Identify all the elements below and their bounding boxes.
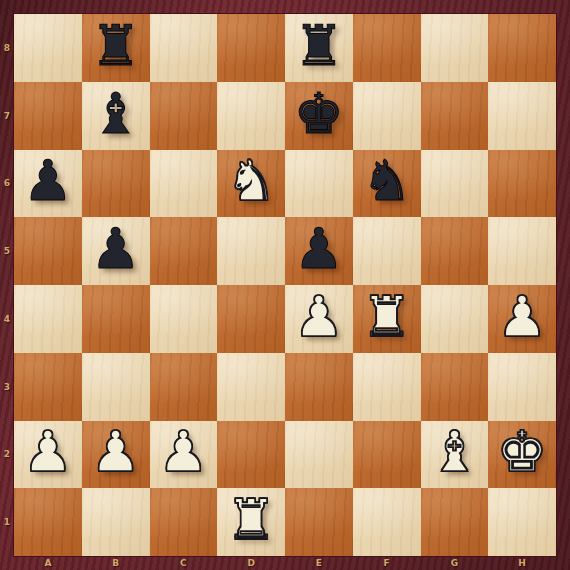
chessboard-frame: ♜♜♝♚♟♞♞♟♟♟♜♟♟♟♟♝♚♜ 87654321 ABCDEFGH	[0, 0, 570, 570]
piece-white-pawn[interactable]: ♟	[158, 424, 208, 480]
square-c5[interactable]	[150, 217, 218, 285]
square-a7[interactable]	[14, 82, 82, 150]
square-d4[interactable]	[217, 285, 285, 353]
square-b6[interactable]	[82, 150, 150, 218]
file-label-h: H	[488, 556, 556, 570]
square-h5[interactable]	[488, 217, 556, 285]
square-h8[interactable]	[488, 14, 556, 82]
square-c3[interactable]	[150, 353, 218, 421]
square-a4[interactable]	[14, 285, 82, 353]
piece-white-knight[interactable]: ♞	[226, 153, 276, 209]
file-label-g: G	[421, 556, 489, 570]
file-label-a: A	[14, 556, 82, 570]
file-label-e: E	[285, 556, 353, 570]
square-a3[interactable]	[14, 353, 82, 421]
piece-black-rook[interactable]: ♜	[91, 18, 141, 74]
piece-white-pawn[interactable]: ♟	[497, 289, 547, 345]
square-d8[interactable]	[217, 14, 285, 82]
square-d3[interactable]	[217, 353, 285, 421]
square-b3[interactable]	[82, 353, 150, 421]
square-e8[interactable]: ♜	[285, 14, 353, 82]
square-b5[interactable]: ♟	[82, 217, 150, 285]
square-a5[interactable]	[14, 217, 82, 285]
rank-label-1: 1	[0, 488, 14, 556]
square-e4[interactable]: ♟	[285, 285, 353, 353]
piece-white-pawn[interactable]: ♟	[294, 289, 344, 345]
square-e7[interactable]: ♚	[285, 82, 353, 150]
square-b2[interactable]: ♟	[82, 421, 150, 489]
rank-label-4: 4	[0, 285, 14, 353]
rank-label-6: 6	[0, 150, 14, 218]
piece-black-knight[interactable]: ♞	[362, 153, 412, 209]
square-g1[interactable]	[421, 488, 489, 556]
file-label-c: C	[150, 556, 218, 570]
rank-label-5: 5	[0, 217, 14, 285]
square-h2[interactable]: ♚	[488, 421, 556, 489]
square-g7[interactable]	[421, 82, 489, 150]
piece-black-bishop[interactable]: ♝	[91, 86, 141, 142]
square-f5[interactable]	[353, 217, 421, 285]
piece-black-pawn[interactable]: ♟	[294, 221, 344, 277]
piece-white-pawn[interactable]: ♟	[23, 424, 73, 480]
square-h4[interactable]: ♟	[488, 285, 556, 353]
file-label-d: D	[217, 556, 285, 570]
square-d5[interactable]	[217, 217, 285, 285]
square-f6[interactable]: ♞	[353, 150, 421, 218]
rank-label-7: 7	[0, 82, 14, 150]
square-a1[interactable]	[14, 488, 82, 556]
square-g2[interactable]: ♝	[421, 421, 489, 489]
square-c4[interactable]	[150, 285, 218, 353]
square-a6[interactable]: ♟	[14, 150, 82, 218]
square-d6[interactable]: ♞	[217, 150, 285, 218]
square-f3[interactable]	[353, 353, 421, 421]
file-label-b: B	[82, 556, 150, 570]
square-d7[interactable]	[217, 82, 285, 150]
rank-label-2: 2	[0, 421, 14, 489]
square-e6[interactable]	[285, 150, 353, 218]
square-d1[interactable]: ♜	[217, 488, 285, 556]
piece-black-king[interactable]: ♚	[294, 86, 344, 142]
square-f1[interactable]	[353, 488, 421, 556]
piece-black-rook[interactable]: ♜	[294, 18, 344, 74]
square-c7[interactable]	[150, 82, 218, 150]
square-c8[interactable]	[150, 14, 218, 82]
square-d2[interactable]	[217, 421, 285, 489]
rank-label-8: 8	[0, 14, 14, 82]
square-e1[interactable]	[285, 488, 353, 556]
square-g4[interactable]	[421, 285, 489, 353]
square-f7[interactable]	[353, 82, 421, 150]
square-h1[interactable]	[488, 488, 556, 556]
square-e3[interactable]	[285, 353, 353, 421]
square-h6[interactable]	[488, 150, 556, 218]
piece-white-king[interactable]: ♚	[497, 424, 547, 480]
square-g8[interactable]	[421, 14, 489, 82]
square-c1[interactable]	[150, 488, 218, 556]
square-f2[interactable]	[353, 421, 421, 489]
square-g3[interactable]	[421, 353, 489, 421]
square-f8[interactable]	[353, 14, 421, 82]
square-b7[interactable]: ♝	[82, 82, 150, 150]
square-b8[interactable]: ♜	[82, 14, 150, 82]
square-b1[interactable]	[82, 488, 150, 556]
chess-board: ♜♜♝♚♟♞♞♟♟♟♜♟♟♟♟♝♚♜	[14, 14, 556, 556]
piece-white-rook[interactable]: ♜	[362, 289, 412, 345]
rank-label-3: 3	[0, 353, 14, 421]
square-c2[interactable]: ♟	[150, 421, 218, 489]
square-h7[interactable]	[488, 82, 556, 150]
square-e2[interactable]	[285, 421, 353, 489]
square-a8[interactable]	[14, 14, 82, 82]
file-label-f: F	[353, 556, 421, 570]
square-f4[interactable]: ♜	[353, 285, 421, 353]
square-g6[interactable]	[421, 150, 489, 218]
square-h3[interactable]	[488, 353, 556, 421]
square-c6[interactable]	[150, 150, 218, 218]
square-b4[interactable]	[82, 285, 150, 353]
piece-white-rook[interactable]: ♜	[226, 492, 276, 548]
piece-black-pawn[interactable]: ♟	[91, 221, 141, 277]
square-g5[interactable]	[421, 217, 489, 285]
piece-white-bishop[interactable]: ♝	[429, 424, 479, 480]
piece-black-pawn[interactable]: ♟	[23, 153, 73, 209]
square-e5[interactable]: ♟	[285, 217, 353, 285]
square-a2[interactable]: ♟	[14, 421, 82, 489]
piece-white-pawn[interactable]: ♟	[91, 424, 141, 480]
